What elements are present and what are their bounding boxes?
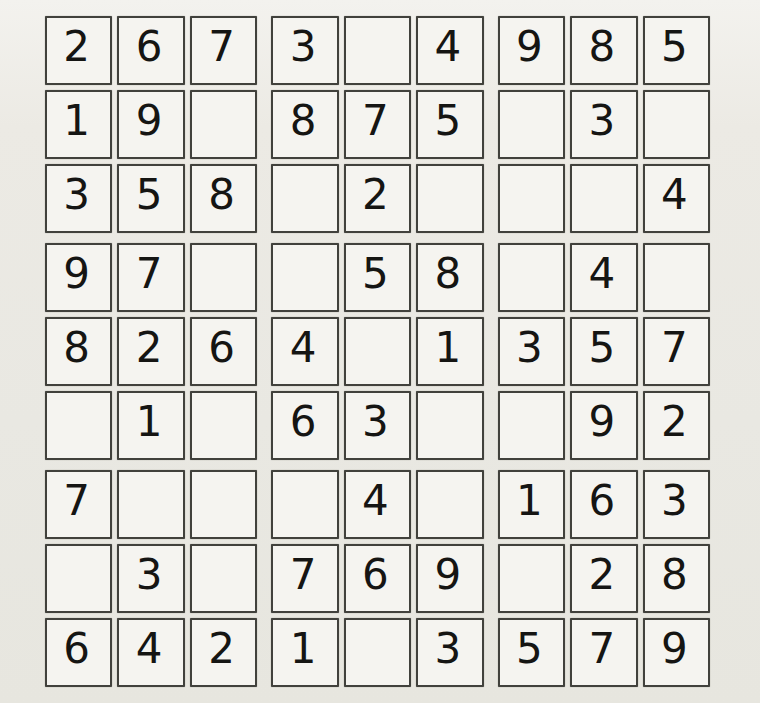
cell-r9c2[interactable]: 4	[117, 618, 184, 687]
cell-r4c3[interactable]	[190, 243, 257, 312]
block-r2c2: 584163	[271, 243, 483, 460]
cell-r1c5[interactable]	[344, 16, 411, 85]
cell-r9c3[interactable]: 2	[190, 618, 257, 687]
cell-r4c8[interactable]: 4	[570, 243, 637, 312]
cell-digit: 2	[661, 401, 688, 443]
cell-digit: 7	[290, 554, 317, 596]
cell-r8c4[interactable]: 7	[271, 544, 338, 613]
cell-r7c8[interactable]: 6	[570, 470, 637, 539]
cell-digit: 4	[290, 327, 317, 369]
cell-digit: 3	[136, 554, 163, 596]
cell-r4c2[interactable]: 7	[117, 243, 184, 312]
cell-digit: 4	[136, 628, 163, 670]
cell-digit: 5	[136, 174, 163, 216]
cell-r5c7[interactable]: 3	[498, 317, 565, 386]
cell-digit: 5	[435, 100, 462, 142]
cell-r9c6[interactable]: 3	[416, 618, 483, 687]
cell-digit: 9	[661, 628, 688, 670]
cell-r6c8[interactable]: 9	[570, 391, 637, 460]
cell-digit: 8	[588, 26, 615, 68]
cell-digit: 9	[435, 554, 462, 596]
cell-r5c2[interactable]: 2	[117, 317, 184, 386]
cell-r9c9[interactable]: 9	[643, 618, 710, 687]
cell-r1c7[interactable]: 9	[498, 16, 565, 85]
cell-digit: 5	[661, 26, 688, 68]
cell-digit: 6	[588, 480, 615, 522]
cell-digit: 6	[290, 401, 317, 443]
block-r1c3: 98534	[498, 16, 710, 233]
cell-digit: 3	[588, 100, 615, 142]
cell-digit: 3	[290, 26, 317, 68]
cell-digit: 3	[362, 401, 389, 443]
cell-r9c7[interactable]: 5	[498, 618, 565, 687]
cell-digit: 7	[136, 253, 163, 295]
cell-digit: 6	[208, 327, 235, 369]
cell-digit: 2	[63, 26, 90, 68]
cell-digit: 9	[136, 100, 163, 142]
cell-r2c2[interactable]: 9	[117, 90, 184, 159]
cell-digit: 4	[661, 174, 688, 216]
cell-digit: 4	[435, 26, 462, 68]
cell-r8c6[interactable]: 9	[416, 544, 483, 613]
cell-digit: 9	[63, 253, 90, 295]
cell-r3c6[interactable]	[416, 164, 483, 233]
cell-digit: 5	[588, 327, 615, 369]
block-r2c1: 978261	[45, 243, 257, 460]
cell-digit: 2	[208, 628, 235, 670]
cell-r7c7[interactable]: 1	[498, 470, 565, 539]
cell-r4c9[interactable]	[643, 243, 710, 312]
cell-r7c2[interactable]	[117, 470, 184, 539]
cell-r4c1[interactable]: 9	[45, 243, 112, 312]
cell-digit: 7	[661, 327, 688, 369]
cell-digit: 6	[136, 26, 163, 68]
cell-r3c3[interactable]: 8	[190, 164, 257, 233]
cell-r1c3[interactable]: 7	[190, 16, 257, 85]
cell-digit: 7	[362, 100, 389, 142]
cell-r6c4[interactable]: 6	[271, 391, 338, 460]
cell-r1c6[interactable]: 4	[416, 16, 483, 85]
cell-r5c1[interactable]: 8	[45, 317, 112, 386]
cell-digit: 7	[588, 628, 615, 670]
cell-digit: 9	[588, 401, 615, 443]
cell-r5c5[interactable]	[344, 317, 411, 386]
cell-digit: 5	[516, 628, 543, 670]
cell-r4c4[interactable]	[271, 243, 338, 312]
cell-digit: 2	[588, 554, 615, 596]
cell-r8c8[interactable]: 2	[570, 544, 637, 613]
block-r3c1: 73642	[45, 470, 257, 687]
sudoku-board: 2671935834875298534978261584163435792736…	[45, 16, 710, 687]
cell-r1c1[interactable]: 2	[45, 16, 112, 85]
cell-r5c8[interactable]: 5	[570, 317, 637, 386]
cell-r9c4[interactable]: 1	[271, 618, 338, 687]
cell-digit: 8	[208, 174, 235, 216]
cell-digit: 1	[435, 327, 462, 369]
cell-r5c6[interactable]: 1	[416, 317, 483, 386]
cell-digit: 6	[63, 628, 90, 670]
cell-r6c5[interactable]: 3	[344, 391, 411, 460]
cell-r2c5[interactable]: 7	[344, 90, 411, 159]
cell-digit: 2	[136, 327, 163, 369]
cell-r4c5[interactable]: 5	[344, 243, 411, 312]
cell-r1c4[interactable]: 3	[271, 16, 338, 85]
cell-r1c9[interactable]: 5	[643, 16, 710, 85]
cell-r7c4[interactable]	[271, 470, 338, 539]
cell-digit: 4	[588, 253, 615, 295]
block-r2c3: 435792	[498, 243, 710, 460]
cell-digit: 3	[661, 480, 688, 522]
cell-r3c5[interactable]: 2	[344, 164, 411, 233]
cell-digit: 8	[661, 554, 688, 596]
cell-r8c7[interactable]	[498, 544, 565, 613]
cell-r3c1[interactable]: 3	[45, 164, 112, 233]
cell-r7c5[interactable]: 4	[344, 470, 411, 539]
cell-r8c5[interactable]: 6	[344, 544, 411, 613]
cell-digit: 1	[516, 480, 543, 522]
cell-r3c4[interactable]	[271, 164, 338, 233]
cell-r4c6[interactable]: 8	[416, 243, 483, 312]
cell-r7c3[interactable]	[190, 470, 257, 539]
cell-r1c8[interactable]: 8	[570, 16, 637, 85]
cell-r9c5[interactable]	[344, 618, 411, 687]
cell-digit: 4	[362, 480, 389, 522]
cell-r6c2[interactable]: 1	[117, 391, 184, 460]
cell-digit: 1	[136, 401, 163, 443]
cell-digit: 8	[290, 100, 317, 142]
cell-digit: 3	[435, 628, 462, 670]
cell-r6c7[interactable]	[498, 391, 565, 460]
cell-r7c1[interactable]: 7	[45, 470, 112, 539]
cell-r6c9[interactable]: 2	[643, 391, 710, 460]
cell-digit: 3	[63, 174, 90, 216]
cell-r2c7[interactable]	[498, 90, 565, 159]
cell-r2c1[interactable]: 1	[45, 90, 112, 159]
cell-digit: 2	[362, 174, 389, 216]
block-r3c2: 476913	[271, 470, 483, 687]
cell-r8c1[interactable]	[45, 544, 112, 613]
block-r1c1: 26719358	[45, 16, 257, 233]
cell-r5c4[interactable]: 4	[271, 317, 338, 386]
cell-r7c6[interactable]	[416, 470, 483, 539]
cell-r2c3[interactable]	[190, 90, 257, 159]
cell-r3c8[interactable]	[570, 164, 637, 233]
block-r3c3: 16328579	[498, 470, 710, 687]
cell-digit: 3	[516, 327, 543, 369]
cell-r3c2[interactable]: 5	[117, 164, 184, 233]
cell-digit: 6	[362, 554, 389, 596]
cell-r1c2[interactable]: 6	[117, 16, 184, 85]
cell-digit: 9	[516, 26, 543, 68]
block-r1c2: 348752	[271, 16, 483, 233]
cell-r4c7[interactable]	[498, 243, 565, 312]
cell-digit: 1	[63, 100, 90, 142]
cell-r8c9[interactable]: 8	[643, 544, 710, 613]
cell-r6c1[interactable]	[45, 391, 112, 460]
cell-r9c8[interactable]: 7	[570, 618, 637, 687]
cell-r9c1[interactable]: 6	[45, 618, 112, 687]
cell-r2c4[interactable]: 8	[271, 90, 338, 159]
cell-digit: 5	[362, 253, 389, 295]
cell-r5c9[interactable]: 7	[643, 317, 710, 386]
cell-r6c6[interactable]	[416, 391, 483, 460]
cell-digit: 7	[208, 26, 235, 68]
cell-r2c6[interactable]: 5	[416, 90, 483, 159]
cell-r2c9[interactable]	[643, 90, 710, 159]
cell-r3c9[interactable]: 4	[643, 164, 710, 233]
cell-r8c3[interactable]	[190, 544, 257, 613]
cell-digit: 8	[63, 327, 90, 369]
cell-r5c3[interactable]: 6	[190, 317, 257, 386]
cell-digit: 7	[63, 480, 90, 522]
cell-r2c8[interactable]: 3	[570, 90, 637, 159]
cell-r7c9[interactable]: 3	[643, 470, 710, 539]
cell-digit: 8	[435, 253, 462, 295]
cell-digit: 1	[290, 628, 317, 670]
cell-r8c2[interactable]: 3	[117, 544, 184, 613]
cell-r3c7[interactable]	[498, 164, 565, 233]
cell-r6c3[interactable]	[190, 391, 257, 460]
